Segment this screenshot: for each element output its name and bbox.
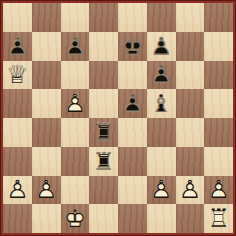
square-b6[interactable]	[32, 61, 61, 90]
black-rook: ♜♖	[89, 147, 118, 176]
square-d2[interactable]	[89, 176, 118, 205]
square-a6[interactable]: ♛♕	[3, 61, 32, 90]
square-d4[interactable]: ♜♖	[89, 118, 118, 147]
square-h8[interactable]	[204, 3, 233, 32]
square-e4[interactable]	[118, 118, 147, 147]
square-c2[interactable]	[61, 176, 90, 205]
square-h5[interactable]	[204, 89, 233, 118]
square-e3[interactable]	[118, 147, 147, 176]
square-g8[interactable]	[176, 3, 205, 32]
white-pawn: ♟♙	[147, 176, 176, 205]
square-d6[interactable]	[89, 61, 118, 90]
square-g6[interactable]	[176, 61, 205, 90]
square-d1[interactable]	[89, 204, 118, 233]
square-c5[interactable]: ♟♙	[61, 89, 90, 118]
white-pawn: ♟♙	[3, 176, 32, 205]
square-a5[interactable]	[3, 89, 32, 118]
square-b5[interactable]	[32, 89, 61, 118]
square-d3[interactable]: ♜♖	[89, 147, 118, 176]
square-h6[interactable]	[204, 61, 233, 90]
square-f5[interactable]: ♝♗	[147, 89, 176, 118]
square-h3[interactable]	[204, 147, 233, 176]
square-g1[interactable]	[176, 204, 205, 233]
black-pawn: ♟♙	[147, 61, 176, 90]
square-b8[interactable]	[32, 3, 61, 32]
square-b3[interactable]	[32, 147, 61, 176]
black-pawn: ♟♙	[147, 32, 176, 61]
white-rook: ♜♖	[204, 204, 233, 233]
square-d7[interactable]	[89, 32, 118, 61]
square-a2[interactable]: ♟♙	[3, 176, 32, 205]
white-pawn: ♟♙	[204, 176, 233, 205]
square-a4[interactable]	[3, 118, 32, 147]
square-h7[interactable]	[204, 32, 233, 61]
black-bishop: ♝♗	[147, 89, 176, 118]
chess-board-frame: ♟♙♟♙♚♔♟♙♛♕♟♙♟♙♟♙♝♗♜♖♜♖♟♙♟♙♟♙♟♙♟♙♚♔♜♖	[0, 0, 236, 236]
white-pawn: ♟♙	[61, 89, 90, 118]
square-b4[interactable]	[32, 118, 61, 147]
black-pawn: ♟♙	[61, 32, 90, 61]
square-d8[interactable]	[89, 3, 118, 32]
square-f6[interactable]: ♟♙	[147, 61, 176, 90]
square-c1[interactable]: ♚♔	[61, 204, 90, 233]
square-b7[interactable]	[32, 32, 61, 61]
black-pawn: ♟♙	[118, 89, 147, 118]
square-g3[interactable]	[176, 147, 205, 176]
square-e8[interactable]	[118, 3, 147, 32]
square-h2[interactable]: ♟♙	[204, 176, 233, 205]
square-b1[interactable]	[32, 204, 61, 233]
square-a1[interactable]	[3, 204, 32, 233]
square-c7[interactable]: ♟♙	[61, 32, 90, 61]
square-e2[interactable]	[118, 176, 147, 205]
square-f4[interactable]	[147, 118, 176, 147]
black-king: ♚♔	[118, 32, 147, 61]
white-pawn: ♟♙	[32, 176, 61, 205]
square-c8[interactable]	[61, 3, 90, 32]
square-d5[interactable]	[89, 89, 118, 118]
square-e7[interactable]: ♚♔	[118, 32, 147, 61]
square-e6[interactable]	[118, 61, 147, 90]
square-e5[interactable]: ♟♙	[118, 89, 147, 118]
chess-board: ♟♙♟♙♚♔♟♙♛♕♟♙♟♙♟♙♝♗♜♖♜♖♟♙♟♙♟♙♟♙♟♙♚♔♜♖	[3, 3, 233, 233]
square-f8[interactable]	[147, 3, 176, 32]
square-f7[interactable]: ♟♙	[147, 32, 176, 61]
square-g5[interactable]	[176, 89, 205, 118]
square-e1[interactable]	[118, 204, 147, 233]
square-g2[interactable]: ♟♙	[176, 176, 205, 205]
square-g4[interactable]	[176, 118, 205, 147]
square-b2[interactable]: ♟♙	[32, 176, 61, 205]
square-c4[interactable]	[61, 118, 90, 147]
square-c6[interactable]	[61, 61, 90, 90]
square-g7[interactable]	[176, 32, 205, 61]
square-f3[interactable]	[147, 147, 176, 176]
square-a7[interactable]: ♟♙	[3, 32, 32, 61]
white-queen: ♛♕	[3, 61, 32, 90]
black-rook: ♜♖	[89, 118, 118, 147]
white-king: ♚♔	[61, 204, 90, 233]
square-h1[interactable]: ♜♖	[204, 204, 233, 233]
square-a8[interactable]	[3, 3, 32, 32]
white-pawn: ♟♙	[176, 176, 205, 205]
black-pawn: ♟♙	[3, 32, 32, 61]
square-a3[interactable]	[3, 147, 32, 176]
square-f1[interactable]	[147, 204, 176, 233]
square-f2[interactable]: ♟♙	[147, 176, 176, 205]
square-h4[interactable]	[204, 118, 233, 147]
square-c3[interactable]	[61, 147, 90, 176]
